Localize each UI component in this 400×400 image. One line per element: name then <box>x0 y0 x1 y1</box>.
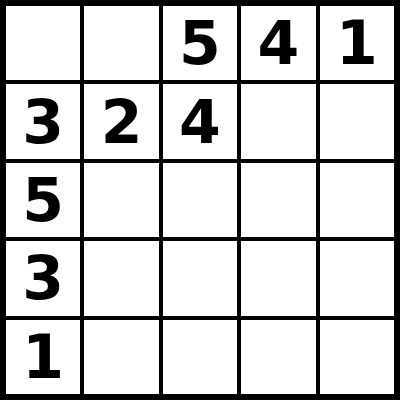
cell-r3c5[interactable] <box>320 163 394 237</box>
cell-r1c4: 4 <box>241 6 315 80</box>
cell-r4c2[interactable] <box>84 241 158 315</box>
cell-r5c5[interactable] <box>320 320 394 394</box>
cell-r2c5[interactable] <box>320 84 394 158</box>
cell-r3c1: 5 <box>6 163 80 237</box>
cell-r3c4[interactable] <box>241 163 315 237</box>
cell-r2c1: 3 <box>6 84 80 158</box>
cell-r2c3: 4 <box>163 84 237 158</box>
cell-r2c4[interactable] <box>241 84 315 158</box>
cell-r5c2[interactable] <box>84 320 158 394</box>
cell-r5c3[interactable] <box>163 320 237 394</box>
cell-r4c4[interactable] <box>241 241 315 315</box>
cell-r5c4[interactable] <box>241 320 315 394</box>
cell-r4c1: 3 <box>6 241 80 315</box>
cell-r3c3[interactable] <box>163 163 237 237</box>
cell-r2c2: 2 <box>84 84 158 158</box>
cell-r1c3: 5 <box>163 6 237 80</box>
puzzle-board: 5 4 1 3 2 4 5 3 1 <box>0 0 400 400</box>
cell-r1c2[interactable] <box>84 6 158 80</box>
cell-r4c5[interactable] <box>320 241 394 315</box>
cell-r1c5: 1 <box>320 6 394 80</box>
cell-r1c1[interactable] <box>6 6 80 80</box>
cell-r3c2[interactable] <box>84 163 158 237</box>
cell-r4c3[interactable] <box>163 241 237 315</box>
cell-r5c1: 1 <box>6 320 80 394</box>
